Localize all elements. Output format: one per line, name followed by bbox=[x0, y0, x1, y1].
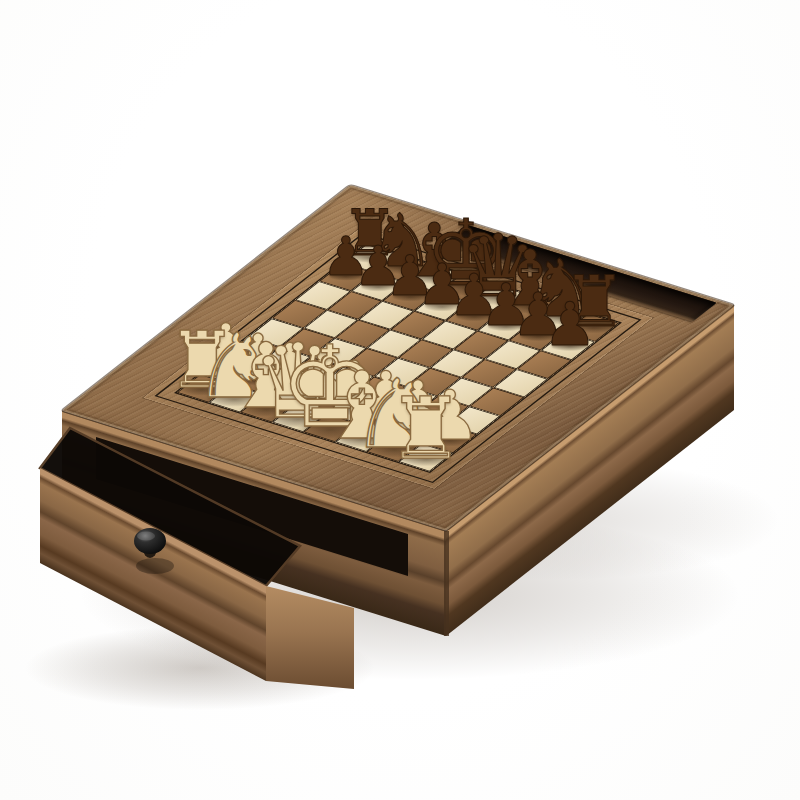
box-corner-edge bbox=[444, 531, 449, 636]
product-photo-scene: ♜♞♝♚♛♝♞♜♟♟♟♟♟♟♟♟♟♟♟♟♟♟♟♟♜♞♝♛♚♝♞♜ bbox=[0, 0, 800, 800]
